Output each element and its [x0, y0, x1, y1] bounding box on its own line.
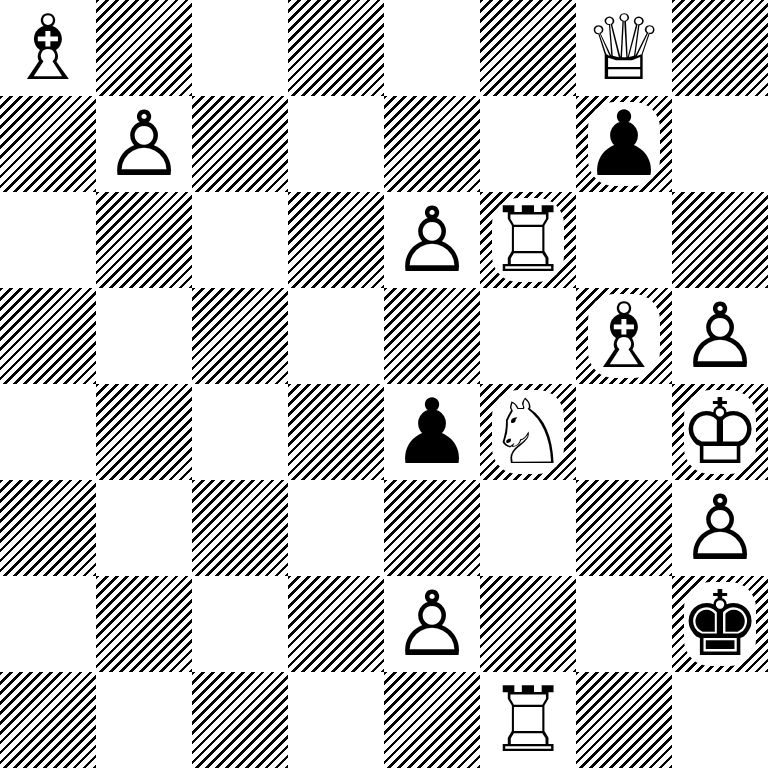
- square-d8[interactable]: [288, 0, 384, 96]
- square-h5[interactable]: ♙: [672, 288, 768, 384]
- square-f4[interactable]: ♘: [480, 384, 576, 480]
- square-c6[interactable]: [192, 192, 288, 288]
- square-b6[interactable]: [96, 192, 192, 288]
- square-g1[interactable]: [576, 672, 672, 768]
- square-d6[interactable]: [288, 192, 384, 288]
- square-d4[interactable]: [288, 384, 384, 480]
- white-pawn[interactable]: ♙: [96, 96, 192, 192]
- square-g5[interactable]: ♗: [576, 288, 672, 384]
- square-h6[interactable]: [672, 192, 768, 288]
- square-b3[interactable]: [96, 480, 192, 576]
- square-f2[interactable]: [480, 576, 576, 672]
- square-h4[interactable]: ♔: [672, 384, 768, 480]
- white-pawn[interactable]: ♙: [672, 288, 768, 384]
- square-a5[interactable]: [0, 288, 96, 384]
- square-c2[interactable]: [192, 576, 288, 672]
- white-bishop[interactable]: ♗: [0, 0, 96, 96]
- white-pawn[interactable]: ♙: [672, 480, 768, 576]
- white-pawn[interactable]: ♙: [384, 192, 480, 288]
- square-b8[interactable]: [96, 0, 192, 96]
- square-c8[interactable]: [192, 0, 288, 96]
- white-knight[interactable]: ♘: [480, 384, 576, 480]
- square-a2[interactable]: [0, 576, 96, 672]
- square-f3[interactable]: [480, 480, 576, 576]
- square-d2[interactable]: [288, 576, 384, 672]
- square-e5[interactable]: [384, 288, 480, 384]
- square-e3[interactable]: [384, 480, 480, 576]
- square-f6[interactable]: ♖: [480, 192, 576, 288]
- square-g4[interactable]: [576, 384, 672, 480]
- square-d3[interactable]: [288, 480, 384, 576]
- square-h1[interactable]: [672, 672, 768, 768]
- square-b1[interactable]: [96, 672, 192, 768]
- square-e7[interactable]: [384, 96, 480, 192]
- square-d7[interactable]: [288, 96, 384, 192]
- white-queen[interactable]: ♕: [576, 0, 672, 96]
- square-a8[interactable]: ♗: [0, 0, 96, 96]
- square-g6[interactable]: [576, 192, 672, 288]
- square-h7[interactable]: [672, 96, 768, 192]
- black-king[interactable]: ♚: [672, 576, 768, 672]
- white-rook[interactable]: ♖: [480, 192, 576, 288]
- white-pawn[interactable]: ♙: [384, 576, 480, 672]
- square-a1[interactable]: [0, 672, 96, 768]
- square-c5[interactable]: [192, 288, 288, 384]
- square-b2[interactable]: [96, 576, 192, 672]
- square-h2[interactable]: ♚: [672, 576, 768, 672]
- square-g8[interactable]: ♕: [576, 0, 672, 96]
- square-f8[interactable]: [480, 0, 576, 96]
- square-e6[interactable]: ♙: [384, 192, 480, 288]
- square-e4[interactable]: ♟: [384, 384, 480, 480]
- square-g3[interactable]: [576, 480, 672, 576]
- square-b7[interactable]: ♙: [96, 96, 192, 192]
- square-c7[interactable]: [192, 96, 288, 192]
- white-bishop[interactable]: ♗: [576, 288, 672, 384]
- chess-board: ♗♕♙♟♙♖♗♙♟♘♔♙♙♚♖: [0, 0, 768, 768]
- square-c4[interactable]: [192, 384, 288, 480]
- square-c3[interactable]: [192, 480, 288, 576]
- square-b5[interactable]: [96, 288, 192, 384]
- white-rook[interactable]: ♖: [480, 672, 576, 768]
- square-d5[interactable]: [288, 288, 384, 384]
- square-h8[interactable]: [672, 0, 768, 96]
- square-e2[interactable]: ♙: [384, 576, 480, 672]
- square-e8[interactable]: [384, 0, 480, 96]
- black-pawn[interactable]: ♟: [576, 96, 672, 192]
- square-f5[interactable]: [480, 288, 576, 384]
- square-a6[interactable]: [0, 192, 96, 288]
- black-pawn[interactable]: ♟: [384, 384, 480, 480]
- square-b4[interactable]: [96, 384, 192, 480]
- square-f1[interactable]: ♖: [480, 672, 576, 768]
- square-a4[interactable]: [0, 384, 96, 480]
- square-e1[interactable]: [384, 672, 480, 768]
- square-d1[interactable]: [288, 672, 384, 768]
- square-a3[interactable]: [0, 480, 96, 576]
- square-a7[interactable]: [0, 96, 96, 192]
- square-h3[interactable]: ♙: [672, 480, 768, 576]
- square-g2[interactable]: [576, 576, 672, 672]
- square-g7[interactable]: ♟: [576, 96, 672, 192]
- square-f7[interactable]: [480, 96, 576, 192]
- square-c1[interactable]: [192, 672, 288, 768]
- white-king[interactable]: ♔: [672, 384, 768, 480]
